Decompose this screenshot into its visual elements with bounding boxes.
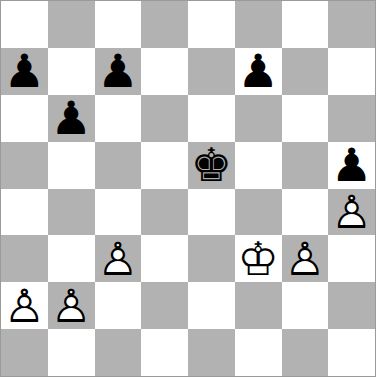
square-h2[interactable]: [328, 282, 375, 329]
square-c2[interactable]: [95, 282, 142, 329]
square-g8[interactable]: [282, 1, 329, 48]
square-f5[interactable]: [235, 142, 282, 189]
square-b7[interactable]: [48, 48, 95, 95]
square-d2[interactable]: [141, 282, 188, 329]
square-c8[interactable]: [95, 1, 142, 48]
square-h6[interactable]: [328, 95, 375, 142]
square-a5[interactable]: [1, 142, 48, 189]
square-c1[interactable]: [95, 329, 142, 376]
square-b4[interactable]: [48, 189, 95, 236]
black-pawn: ♟: [331, 142, 372, 188]
square-g7[interactable]: [282, 48, 329, 95]
square-c3[interactable]: ♟♙: [95, 235, 142, 282]
square-d4[interactable]: [141, 189, 188, 236]
square-g2[interactable]: [282, 282, 329, 329]
square-d3[interactable]: [141, 235, 188, 282]
square-e8[interactable]: [188, 1, 235, 48]
square-e1[interactable]: [188, 329, 235, 376]
square-e7[interactable]: [188, 48, 235, 95]
square-c4[interactable]: [95, 189, 142, 236]
square-a8[interactable]: [1, 1, 48, 48]
white-pawn: ♟♙: [284, 236, 325, 282]
square-a7[interactable]: ♟: [1, 48, 48, 95]
square-f7[interactable]: ♟: [235, 48, 282, 95]
square-d5[interactable]: [141, 142, 188, 189]
square-c5[interactable]: [95, 142, 142, 189]
white-pawn: ♟♙: [51, 283, 92, 329]
chess-board: ♟♟♟♟♚♟♟♙♟♙♚♔♟♙♟♙♟♙: [1, 1, 375, 376]
square-f8[interactable]: [235, 1, 282, 48]
square-a3[interactable]: [1, 235, 48, 282]
white-pawn: ♟♙: [331, 189, 372, 235]
square-f4[interactable]: [235, 189, 282, 236]
chess-diagram: ♟♟♟♟♚♟♟♙♟♙♚♔♟♙♟♙♟♙: [0, 0, 376, 377]
square-e3[interactable]: [188, 235, 235, 282]
square-b2[interactable]: ♟♙: [48, 282, 95, 329]
square-f3[interactable]: ♚♔: [235, 235, 282, 282]
square-c7[interactable]: ♟: [95, 48, 142, 95]
square-a6[interactable]: [1, 95, 48, 142]
square-g5[interactable]: [282, 142, 329, 189]
square-b5[interactable]: [48, 142, 95, 189]
black-king: ♚: [191, 142, 232, 188]
square-g3[interactable]: ♟♙: [282, 235, 329, 282]
square-e5[interactable]: ♚: [188, 142, 235, 189]
square-b6[interactable]: ♟: [48, 95, 95, 142]
square-e6[interactable]: [188, 95, 235, 142]
square-e4[interactable]: [188, 189, 235, 236]
square-f2[interactable]: [235, 282, 282, 329]
square-d1[interactable]: [141, 329, 188, 376]
square-b1[interactable]: [48, 329, 95, 376]
square-h4[interactable]: ♟♙: [328, 189, 375, 236]
square-d6[interactable]: [141, 95, 188, 142]
square-b8[interactable]: [48, 1, 95, 48]
square-h3[interactable]: [328, 235, 375, 282]
square-e2[interactable]: [188, 282, 235, 329]
square-a4[interactable]: [1, 189, 48, 236]
black-pawn: ♟: [97, 48, 138, 94]
white-pawn: ♟♙: [97, 236, 138, 282]
square-g1[interactable]: [282, 329, 329, 376]
square-d7[interactable]: [141, 48, 188, 95]
square-h8[interactable]: [328, 1, 375, 48]
white-king: ♚♔: [238, 236, 279, 282]
square-f6[interactable]: [235, 95, 282, 142]
square-b3[interactable]: [48, 235, 95, 282]
square-g6[interactable]: [282, 95, 329, 142]
black-pawn: ♟: [238, 48, 279, 94]
black-pawn: ♟: [4, 48, 45, 94]
square-g4[interactable]: [282, 189, 329, 236]
square-f1[interactable]: [235, 329, 282, 376]
square-a1[interactable]: [1, 329, 48, 376]
square-h1[interactable]: [328, 329, 375, 376]
black-pawn: ♟: [51, 95, 92, 141]
square-h5[interactable]: ♟: [328, 142, 375, 189]
square-c6[interactable]: [95, 95, 142, 142]
square-a2[interactable]: ♟♙: [1, 282, 48, 329]
square-h7[interactable]: [328, 48, 375, 95]
white-pawn: ♟♙: [4, 283, 45, 329]
square-d8[interactable]: [141, 1, 188, 48]
